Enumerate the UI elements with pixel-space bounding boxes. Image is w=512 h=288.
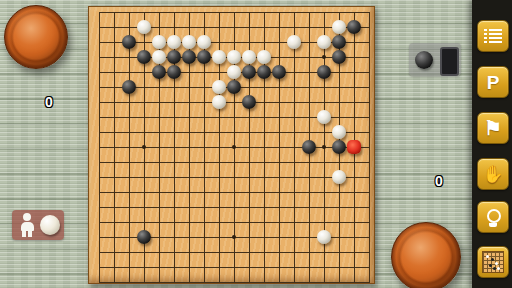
white-stone [332, 20, 346, 34]
stone-bowl-top-left [4, 5, 68, 69]
black-stone [332, 140, 346, 154]
black-stone [167, 50, 181, 64]
white-stone [332, 125, 346, 139]
resign-button[interactable]: ⚑ [477, 112, 509, 144]
phone-icon [440, 47, 459, 76]
player-black-panel [409, 43, 461, 76]
black-stone [122, 80, 136, 94]
black-stone [137, 230, 151, 244]
black-stone [227, 80, 241, 94]
star-point [322, 145, 326, 149]
flag-icon: ⚑ [484, 118, 502, 138]
count-button[interactable] [477, 246, 509, 278]
stone-bowl-bottom-right [391, 222, 461, 288]
black-stone [182, 50, 196, 64]
white-stone [332, 170, 346, 184]
star-point [232, 235, 236, 239]
black-captures-count: 0 [427, 173, 451, 189]
white-stone [257, 50, 271, 64]
black-stone [332, 35, 346, 49]
black-stone [152, 65, 166, 79]
star-point [232, 145, 236, 149]
player-white-panel [12, 210, 64, 240]
white-stone [242, 50, 256, 64]
white-stone [317, 110, 331, 124]
black-stone [242, 65, 256, 79]
pass-button[interactable]: P [477, 66, 509, 98]
black-stone [257, 65, 271, 79]
black-stone [197, 50, 211, 64]
black-stone [272, 65, 286, 79]
pass-label: P [487, 73, 500, 92]
menu-icon [484, 29, 502, 44]
white-stone [287, 35, 301, 49]
hand-icon: ✋ [482, 166, 503, 183]
black-stone-icon [415, 51, 433, 69]
white-captures-count: 0 [37, 94, 61, 110]
white-stone [212, 95, 226, 109]
black-stone [347, 20, 361, 34]
bulb-icon [487, 209, 499, 225]
menu-button[interactable] [477, 20, 509, 52]
white-stone [167, 35, 181, 49]
white-stone [212, 50, 226, 64]
go-board[interactable] [88, 6, 375, 284]
person-icon [19, 213, 35, 237]
white-stone-icon [40, 215, 60, 235]
white-stone [137, 20, 151, 34]
hand-button[interactable]: ✋ [477, 158, 509, 190]
white-stone [227, 65, 241, 79]
black-stone [137, 50, 151, 64]
white-stone [317, 230, 331, 244]
red-last-move-stone [347, 140, 361, 154]
white-stone [182, 35, 196, 49]
mini-board-icon [482, 251, 504, 273]
tatami-background: 0 0 P ⚑ ✋ [0, 0, 512, 288]
white-stone [227, 50, 241, 64]
white-stone [197, 35, 211, 49]
toolbar: P ⚑ ✋ [472, 0, 512, 288]
white-stone [317, 35, 331, 49]
black-stone [242, 95, 256, 109]
star-point [142, 145, 146, 149]
white-stone [152, 35, 166, 49]
black-stone [332, 50, 346, 64]
hint-button[interactable] [477, 201, 509, 233]
white-stone [212, 80, 226, 94]
black-stone [122, 35, 136, 49]
white-stone [152, 50, 166, 64]
black-stone [302, 140, 316, 154]
black-stone [167, 65, 181, 79]
star-point [322, 55, 326, 59]
black-stone [317, 65, 331, 79]
